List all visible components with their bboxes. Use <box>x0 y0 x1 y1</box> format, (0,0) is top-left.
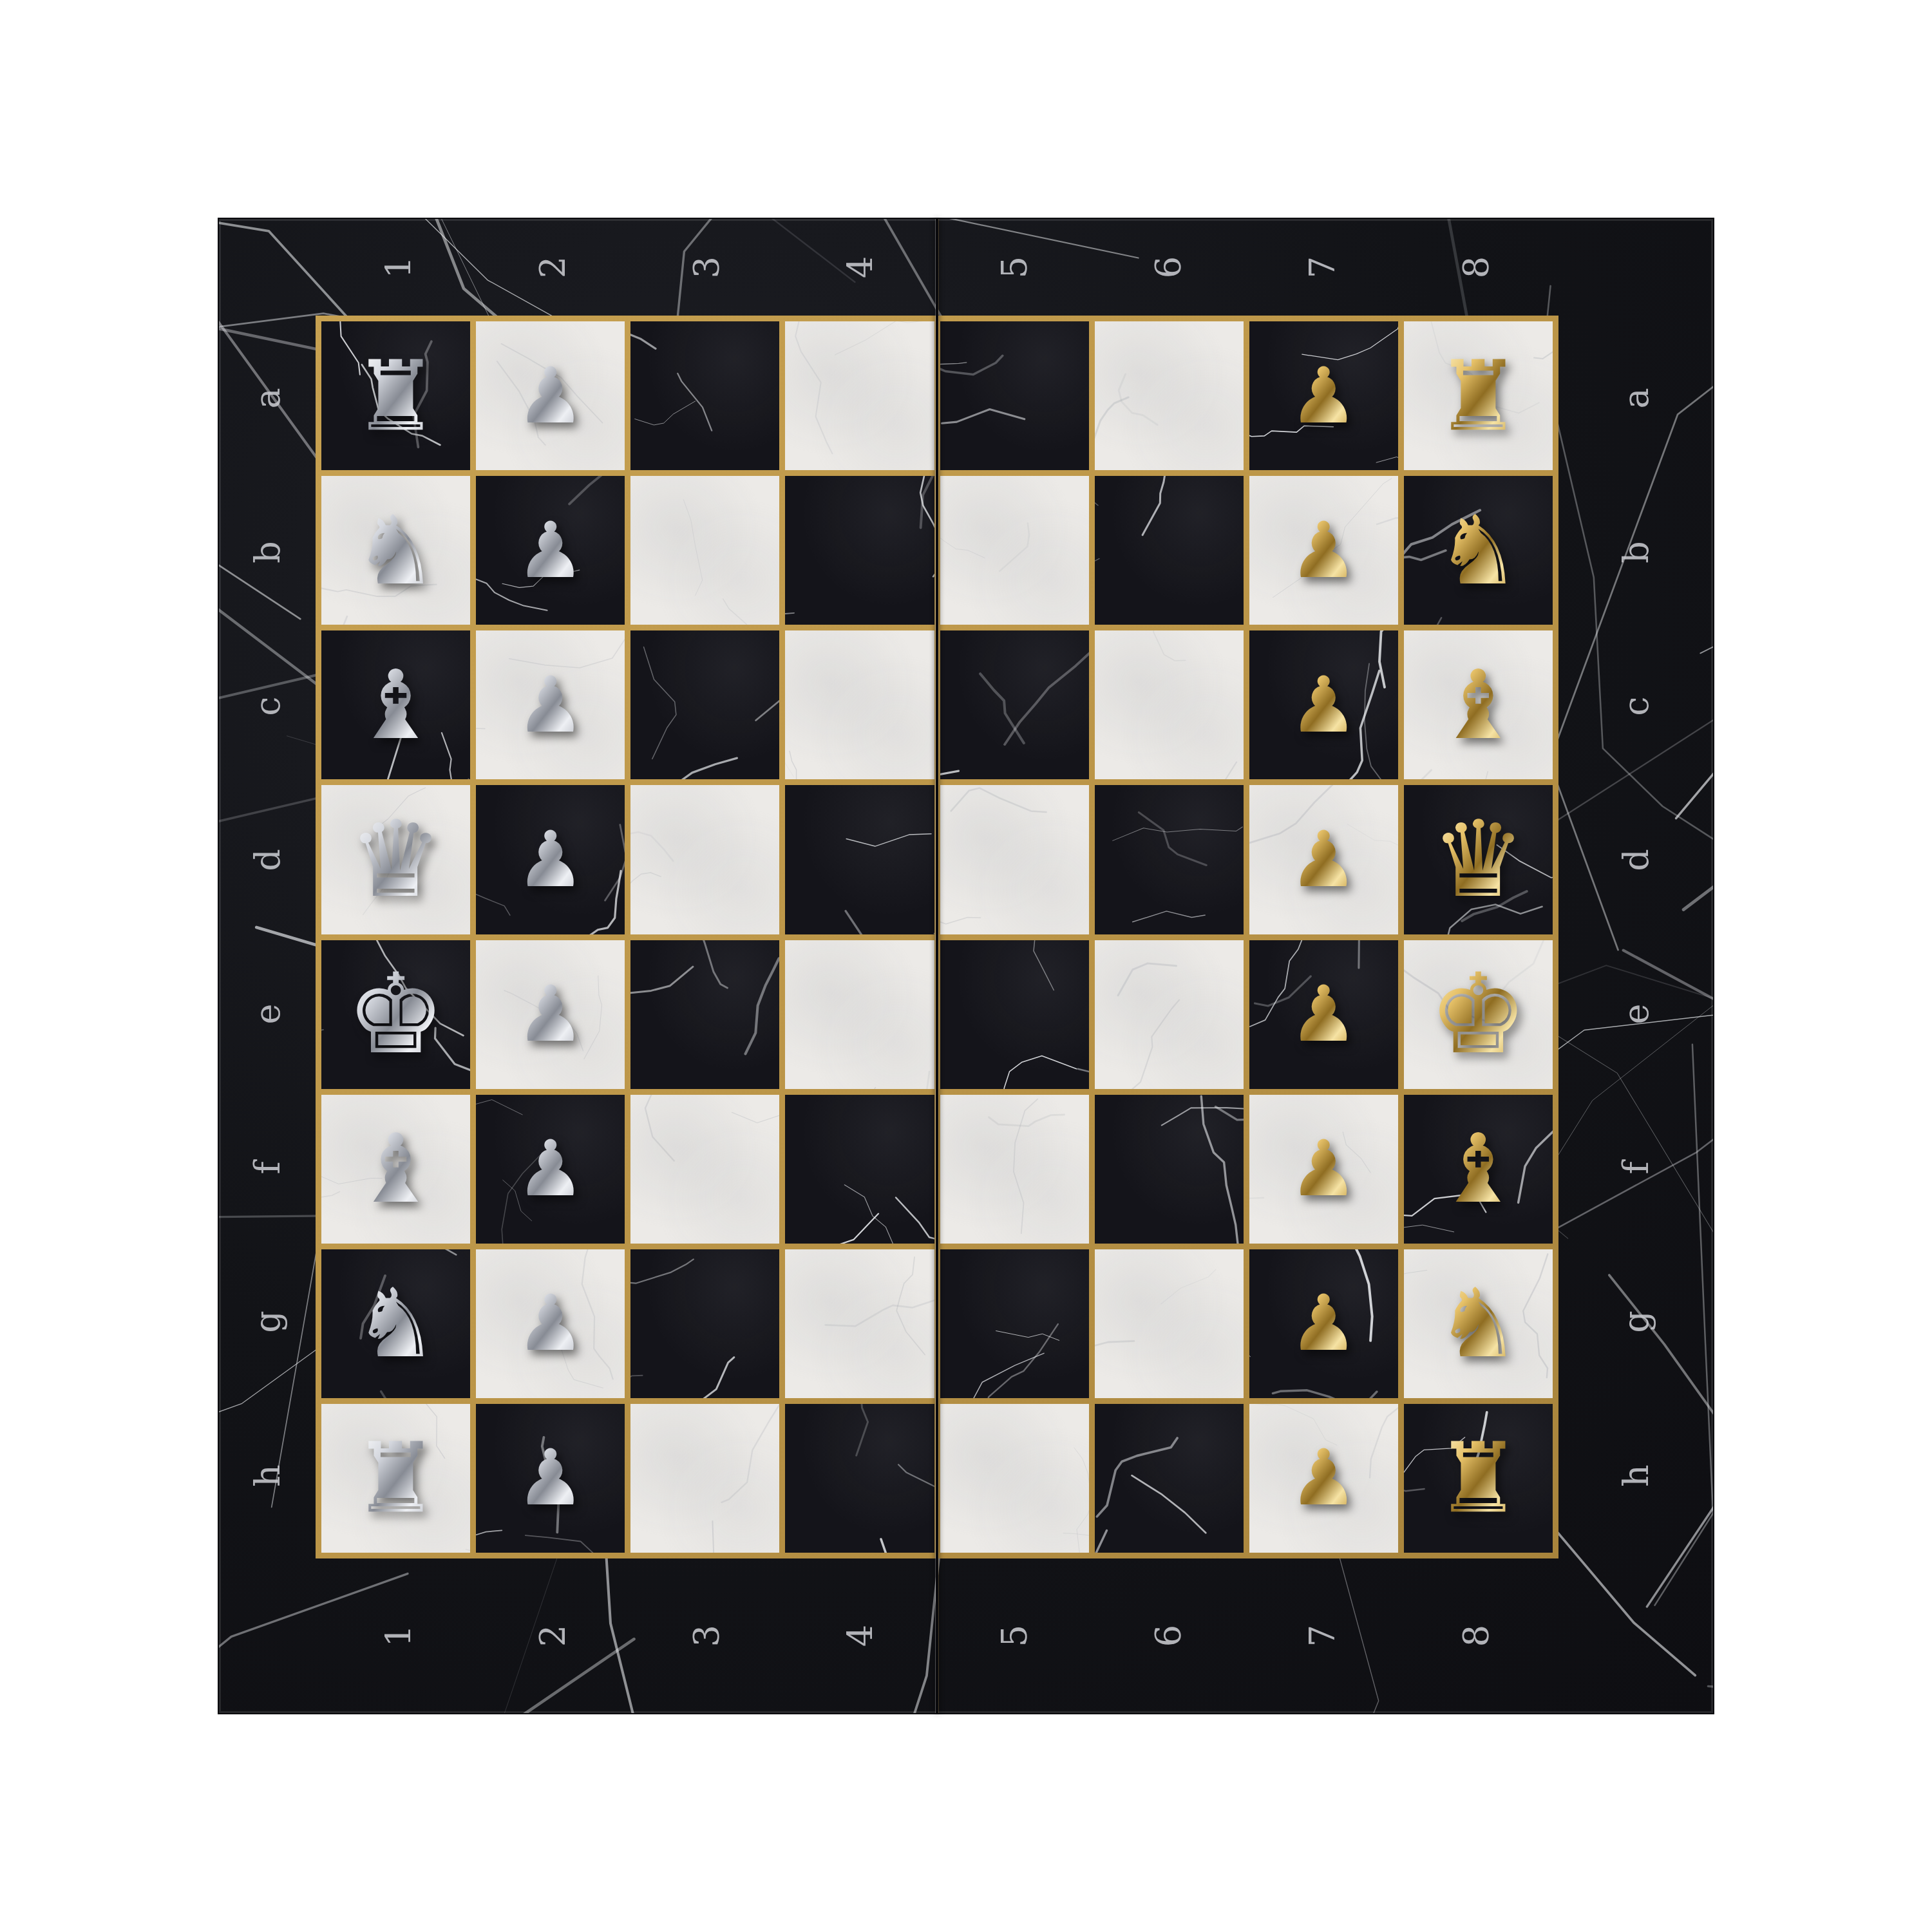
rank-label-bottom-5: 5 <box>937 1559 1092 1713</box>
marble-veins <box>785 1095 934 1244</box>
piece-gold-bishop-c8[interactable]: ♝ <box>1435 658 1521 753</box>
square-d5[interactable] <box>940 785 1089 934</box>
piece-silver-pawn-b2[interactable]: ♟ <box>516 512 585 589</box>
file-label-left-d: d <box>191 812 345 909</box>
square-e8[interactable]: ♚ <box>1404 940 1553 1089</box>
marble-veins <box>785 785 934 934</box>
square-d7[interactable]: ♟ <box>1249 785 1398 934</box>
piece-silver-pawn-d2[interactable]: ♟ <box>516 821 585 898</box>
file-label-left-b: b <box>191 504 345 601</box>
rank-label-top-4: 4 <box>812 191 909 345</box>
square-d8[interactable]: ♛ <box>1404 785 1553 934</box>
fold-seam <box>935 219 939 1713</box>
square-f5[interactable] <box>940 1095 1089 1244</box>
square-g2[interactable]: ♟ <box>476 1249 625 1398</box>
marble-veins <box>1095 1404 1244 1553</box>
piece-silver-knight-g1[interactable]: ♞ <box>353 1276 439 1371</box>
square-d3[interactable] <box>630 785 779 934</box>
square-c7[interactable]: ♟ <box>1249 630 1398 779</box>
rank-label-bottom-2: 2 <box>475 1559 630 1713</box>
piece-gold-pawn-b7[interactable]: ♟ <box>1289 512 1359 589</box>
square-f8[interactable]: ♝ <box>1404 1095 1553 1244</box>
file-label-left-f: f <box>191 1120 345 1217</box>
marble-veins <box>940 630 1089 779</box>
marble-veins <box>785 940 934 1089</box>
square-g8[interactable]: ♞ <box>1404 1249 1553 1398</box>
photo-background: ♜♟♟♜♞♟♟♞♝♟♟♝♛♟♟♛♚♟♟♚♝♟♟♝♞♟♟♞♜♟♟♜ 1234567… <box>0 0 1932 1932</box>
marble-veins <box>630 785 779 934</box>
rank-label-top-6: 6 <box>1120 191 1217 345</box>
square-g3[interactable] <box>630 1249 779 1398</box>
marble-veins <box>1095 1249 1244 1398</box>
piece-silver-pawn-c2[interactable]: ♟ <box>516 667 585 744</box>
piece-gold-pawn-a7[interactable]: ♟ <box>1289 357 1359 435</box>
file-label-right-g: g <box>1559 1245 1713 1399</box>
square-b2[interactable]: ♟ <box>476 476 625 625</box>
square-e7[interactable]: ♟ <box>1249 940 1398 1089</box>
piece-silver-bishop-c1[interactable]: ♝ <box>353 658 439 753</box>
square-h2[interactable]: ♟ <box>476 1404 625 1553</box>
marble-veins <box>1095 476 1244 625</box>
piece-gold-bishop-f8[interactable]: ♝ <box>1435 1121 1521 1217</box>
marble-veins <box>1095 630 1244 779</box>
marble-veins <box>630 1249 779 1398</box>
square-g7[interactable]: ♟ <box>1249 1249 1398 1398</box>
marble-veins <box>630 476 779 625</box>
marble-veins <box>785 1404 934 1553</box>
file-label-right-e: e <box>1559 937 1713 1092</box>
square-b5[interactable] <box>940 476 1089 625</box>
rank-label-bottom-8: 8 <box>1399 1559 1553 1713</box>
rank-label-bottom-6: 6 <box>1091 1559 1245 1713</box>
marble-veins <box>940 1095 1089 1244</box>
piece-silver-knight-b1[interactable]: ♞ <box>353 503 439 598</box>
piece-gold-pawn-h7[interactable]: ♟ <box>1289 1439 1359 1517</box>
marble-veins <box>1095 940 1244 1089</box>
piece-gold-queen-d8[interactable]: ♛ <box>1431 807 1526 913</box>
square-c8[interactable]: ♝ <box>1404 630 1553 779</box>
rank-label-top-5: 5 <box>966 191 1063 345</box>
file-label-left-g: g <box>191 1274 345 1370</box>
marble-veins <box>940 476 1089 625</box>
square-f2[interactable]: ♟ <box>476 1095 625 1244</box>
file-label-left-a: a <box>191 350 345 447</box>
file-label-right-c: c <box>1559 629 1713 784</box>
file-label-right-d: d <box>1559 783 1713 938</box>
rank-label-top-8: 8 <box>1428 191 1524 345</box>
square-b8[interactable]: ♞ <box>1404 476 1553 625</box>
file-label-right-a: a <box>1559 321 1713 476</box>
square-c2[interactable]: ♟ <box>476 630 625 779</box>
marble-veins <box>630 1095 779 1244</box>
square-c5[interactable] <box>940 630 1089 779</box>
square-f7[interactable]: ♟ <box>1249 1095 1398 1244</box>
piece-gold-pawn-f7[interactable]: ♟ <box>1289 1130 1359 1207</box>
piece-gold-rook-a8[interactable]: ♜ <box>1435 348 1521 444</box>
square-h3[interactable] <box>630 1404 779 1553</box>
rank-label-bottom-3: 3 <box>629 1559 784 1713</box>
square-d4[interactable] <box>785 785 934 934</box>
square-h8[interactable]: ♜ <box>1404 1404 1553 1553</box>
square-b7[interactable]: ♟ <box>1249 476 1398 625</box>
marble-veins <box>785 476 934 625</box>
marble-veins <box>940 940 1089 1089</box>
file-label-right-b: b <box>1559 475 1713 630</box>
square-b6[interactable] <box>1095 476 1244 625</box>
piece-silver-bishop-f1[interactable]: ♝ <box>353 1121 439 1217</box>
square-g6[interactable] <box>1095 1249 1244 1398</box>
square-h5[interactable] <box>940 1404 1089 1553</box>
marble-veins <box>940 1404 1089 1553</box>
marble-veins <box>940 785 1089 934</box>
file-label-right-h: h <box>1559 1399 1713 1553</box>
piece-gold-pawn-d7[interactable]: ♟ <box>1289 821 1359 898</box>
piece-silver-queen-d1[interactable]: ♛ <box>348 807 443 913</box>
square-b3[interactable] <box>630 476 779 625</box>
file-label-right-f: f <box>1559 1091 1713 1245</box>
marble-veins <box>940 1249 1089 1398</box>
marble-veins <box>1095 785 1244 934</box>
piece-gold-knight-g8[interactable]: ♞ <box>1435 1276 1521 1371</box>
square-d6[interactable] <box>1095 785 1244 934</box>
square-c6[interactable] <box>1095 630 1244 779</box>
file-labels-right: abcdefgh <box>1558 321 1713 1553</box>
square-f6[interactable] <box>1095 1095 1244 1244</box>
chess-board: ♜♟♟♜♞♟♟♞♝♟♟♝♛♟♟♛♚♟♟♚♝♟♟♝♞♟♟♞♜♟♟♜ 1234567… <box>219 219 1713 1713</box>
file-label-left-c: c <box>191 658 345 755</box>
file-labels-left: abcdefgh <box>219 321 316 1553</box>
square-h7[interactable]: ♟ <box>1249 1404 1398 1553</box>
piece-gold-pawn-e7[interactable]: ♟ <box>1289 976 1359 1053</box>
piece-gold-pawn-g7[interactable]: ♟ <box>1289 1285 1359 1362</box>
piece-gold-pawn-c7[interactable]: ♟ <box>1289 667 1359 744</box>
square-e5[interactable] <box>940 940 1089 1089</box>
square-f4[interactable] <box>785 1095 934 1244</box>
square-f3[interactable] <box>630 1095 779 1244</box>
rank-label-top-1: 1 <box>350 191 447 345</box>
file-label-left-h: h <box>191 1428 345 1524</box>
square-e3[interactable] <box>630 940 779 1089</box>
rank-label-top-2: 2 <box>504 191 601 345</box>
piece-silver-pawn-g2[interactable]: ♟ <box>516 1285 585 1362</box>
piece-silver-pawn-a2[interactable]: ♟ <box>516 357 585 435</box>
square-e6[interactable] <box>1095 940 1244 1089</box>
piece-gold-king-e8[interactable]: ♚ <box>1428 959 1528 1070</box>
marble-veins <box>630 940 779 1089</box>
square-h6[interactable] <box>1095 1404 1244 1553</box>
square-b4[interactable] <box>785 476 934 625</box>
piece-silver-pawn-f2[interactable]: ♟ <box>516 1130 585 1207</box>
piece-silver-king-e1[interactable]: ♚ <box>346 959 445 1070</box>
square-g4[interactable] <box>785 1249 934 1398</box>
marble-veins <box>630 630 779 779</box>
piece-silver-rook-a1[interactable]: ♜ <box>352 348 439 444</box>
rank-label-bottom-1: 1 <box>321 1559 476 1713</box>
square-d2[interactable]: ♟ <box>476 785 625 934</box>
piece-silver-pawn-e2[interactable]: ♟ <box>516 976 585 1053</box>
piece-silver-rook-h1[interactable]: ♜ <box>352 1430 439 1526</box>
rank-label-top-7: 7 <box>1274 191 1370 345</box>
square-g5[interactable] <box>940 1249 1089 1398</box>
square-e4[interactable] <box>785 940 934 1089</box>
marble-veins <box>785 630 934 779</box>
piece-gold-rook-h8[interactable]: ♜ <box>1435 1430 1521 1526</box>
rank-label-bottom-4: 4 <box>783 1559 938 1713</box>
marble-veins <box>785 1249 934 1398</box>
square-c3[interactable] <box>630 630 779 779</box>
rank-label-bottom-7: 7 <box>1245 1559 1399 1713</box>
piece-gold-knight-b8[interactable]: ♞ <box>1435 503 1521 598</box>
marble-veins <box>630 1404 779 1553</box>
file-label-left-e: e <box>191 966 345 1063</box>
square-c4[interactable] <box>785 630 934 779</box>
rank-label-top-3: 3 <box>658 191 755 345</box>
square-h4[interactable] <box>785 1404 934 1553</box>
square-e2[interactable]: ♟ <box>476 940 625 1089</box>
piece-silver-pawn-h2[interactable]: ♟ <box>516 1439 585 1517</box>
marble-veins <box>1095 1095 1244 1244</box>
